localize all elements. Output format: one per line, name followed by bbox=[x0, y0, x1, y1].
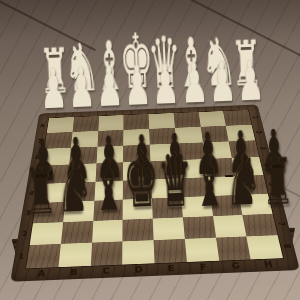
piece-dark-bishop-c1[interactable]: ♝ bbox=[91, 149, 126, 221]
piece-light-pawn-f7[interactable]: ♟ bbox=[179, 56, 208, 112]
piece-light-pawn-a7[interactable]: ♟ bbox=[39, 61, 68, 117]
file-label-f: F bbox=[187, 261, 221, 273]
piece-dark-knight-g1[interactable]: ♞ bbox=[223, 146, 264, 216]
file-label-b: B bbox=[57, 267, 90, 279]
piece-dark-queen-e1[interactable]: ♛ bbox=[156, 142, 194, 218]
square-e1[interactable] bbox=[154, 239, 187, 263]
file-label-a: A bbox=[24, 268, 58, 280]
square-g1[interactable] bbox=[216, 236, 251, 260]
chess-board-group: ABCDEFGH 87654321 12345678 ♜♞♝♚♛♝♞♜♟♟♟♟♟… bbox=[0, 0, 300, 300]
piece-light-pawn-h7[interactable]: ♟ bbox=[235, 53, 264, 109]
file-label-g: G bbox=[219, 260, 253, 271]
rank-label-right-7: 7 bbox=[266, 219, 297, 228]
piece-dark-king-d1[interactable]: ♚ bbox=[122, 140, 161, 220]
piece-light-pawn-c7[interactable]: ♟ bbox=[95, 59, 124, 115]
square-d1[interactable] bbox=[122, 240, 154, 265]
piece-light-pawn-d7[interactable]: ♟ bbox=[123, 58, 152, 114]
file-label-h: H bbox=[251, 259, 286, 270]
piece-light-pawn-e7[interactable]: ♟ bbox=[151, 57, 180, 113]
piece-light-pawn-b7[interactable]: ♟ bbox=[67, 60, 96, 116]
square-c1[interactable] bbox=[90, 241, 122, 266]
file-label-c: C bbox=[90, 265, 123, 277]
rank-label-right-8: 8 bbox=[271, 241, 300, 251]
scene: ABCDEFGH 87654321 12345678 ♜♞♝♚♛♝♞♜♟♟♟♟♟… bbox=[0, 0, 300, 300]
file-label-d: D bbox=[122, 264, 155, 276]
piece-dark-knight-b1[interactable]: ♞ bbox=[54, 152, 95, 222]
square-a1[interactable] bbox=[26, 244, 61, 269]
piece-dark-rook-a1[interactable]: ♜ bbox=[23, 159, 58, 224]
piece-dark-rook-h1[interactable]: ♜ bbox=[260, 149, 295, 214]
square-f1[interactable] bbox=[185, 238, 219, 262]
square-b1[interactable] bbox=[58, 243, 91, 268]
piece-light-pawn-g7[interactable]: ♟ bbox=[207, 55, 236, 111]
file-label-e: E bbox=[155, 263, 188, 275]
piece-dark-bishop-f1[interactable]: ♝ bbox=[192, 145, 227, 217]
